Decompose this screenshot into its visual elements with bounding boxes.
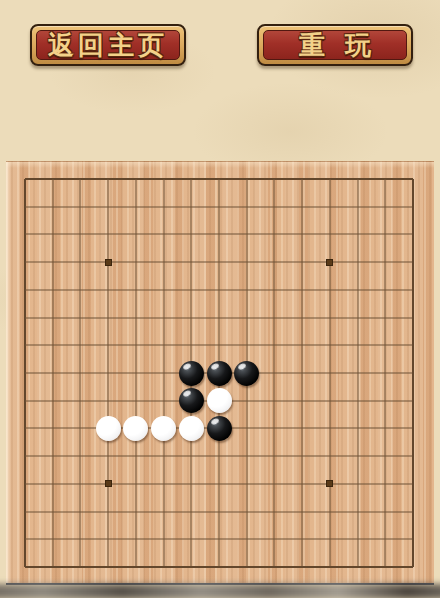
white-stone bbox=[123, 416, 148, 441]
grid-line bbox=[25, 483, 413, 484]
grid-line bbox=[385, 179, 386, 567]
grid-line bbox=[412, 179, 414, 567]
grid-line bbox=[274, 179, 275, 567]
grid-line bbox=[25, 511, 413, 512]
black-stone bbox=[179, 388, 204, 413]
star-point bbox=[326, 480, 333, 487]
white-stone bbox=[179, 416, 204, 441]
background-photo-strip bbox=[0, 584, 440, 598]
replay-button-label: 重玩 bbox=[279, 32, 391, 58]
home-button[interactable]: 返回主页 bbox=[30, 24, 186, 66]
white-stone bbox=[207, 388, 232, 413]
replay-button[interactable]: 重玩 bbox=[257, 24, 413, 66]
star-point bbox=[105, 259, 112, 266]
grid-line bbox=[25, 456, 413, 457]
gomoku-board[interactable] bbox=[6, 161, 434, 583]
black-stone bbox=[234, 361, 259, 386]
grid-line bbox=[302, 179, 303, 567]
grid-line bbox=[25, 566, 413, 568]
board-grid[interactable] bbox=[25, 179, 413, 567]
black-stone bbox=[179, 361, 204, 386]
black-stone bbox=[207, 416, 232, 441]
white-stone bbox=[151, 416, 176, 441]
grid-line bbox=[329, 179, 330, 567]
grid-line bbox=[25, 539, 413, 540]
grid-line bbox=[357, 179, 358, 567]
white-stone bbox=[96, 416, 121, 441]
home-button-label: 返回主页 bbox=[48, 32, 168, 58]
star-point bbox=[105, 480, 112, 487]
game-screen: 返回主页 重玩 bbox=[0, 0, 440, 598]
star-point bbox=[326, 259, 333, 266]
black-stone bbox=[207, 361, 232, 386]
